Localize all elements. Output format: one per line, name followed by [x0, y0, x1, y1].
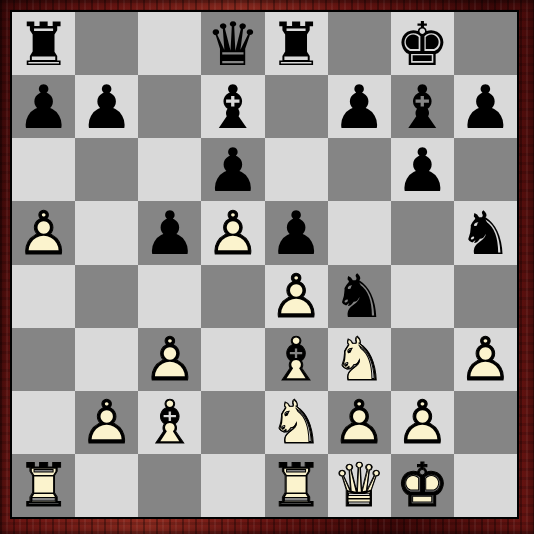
piece-black-bishop[interactable]: ♝ — [391, 75, 454, 138]
square-b3[interactable] — [75, 328, 138, 391]
piece-white-bishop[interactable]: ♝♗ — [138, 391, 201, 454]
white-rook-outline-icon: ♖ — [265, 454, 328, 517]
black-pawn-icon: ♟ — [391, 138, 454, 201]
piece-white-bishop[interactable]: ♝♗ — [265, 328, 328, 391]
piece-black-pawn[interactable]: ♟ — [138, 201, 201, 264]
piece-black-pawn[interactable]: ♟ — [201, 138, 264, 201]
white-king-outline-icon: ♔ — [391, 454, 454, 517]
square-f5[interactable] — [328, 201, 391, 264]
square-b6[interactable] — [75, 138, 138, 201]
square-e3[interactable]: ♝♗ — [265, 328, 328, 391]
square-e8[interactable]: ♜ — [265, 12, 328, 75]
square-h2[interactable] — [454, 391, 517, 454]
square-h6[interactable] — [454, 138, 517, 201]
piece-black-pawn[interactable]: ♟ — [265, 201, 328, 264]
square-b5[interactable] — [75, 201, 138, 264]
white-bishop-outline-icon: ♗ — [138, 391, 201, 454]
black-pawn-icon: ♟ — [138, 201, 201, 264]
piece-black-knight[interactable]: ♞ — [328, 265, 391, 328]
square-c1[interactable] — [138, 454, 201, 517]
square-a1[interactable]: ♜♖ — [12, 454, 75, 517]
piece-black-king[interactable]: ♚ — [391, 12, 454, 75]
square-f7[interactable]: ♟ — [328, 75, 391, 138]
white-bishop-outline-icon: ♗ — [265, 328, 328, 391]
square-h4[interactable] — [454, 265, 517, 328]
black-pawn-icon: ♟ — [201, 138, 264, 201]
white-queen-outline-icon: ♕ — [328, 454, 391, 517]
square-b8[interactable] — [75, 12, 138, 75]
chessboard: ♜♛♜♚♟♟♝♟♝♟♟♟♟♙♟♟♙♟♞♟♙♞♟♙♝♗♞♘♟♙♟♙♝♗♞♘♟♙♟♙… — [10, 10, 519, 519]
square-f1[interactable]: ♛♕ — [328, 454, 391, 517]
black-pawn-icon: ♟ — [12, 75, 75, 138]
square-f8[interactable] — [328, 12, 391, 75]
square-h5[interactable]: ♞ — [454, 201, 517, 264]
piece-black-queen[interactable]: ♛ — [201, 12, 264, 75]
square-c5[interactable]: ♟ — [138, 201, 201, 264]
black-knight-icon: ♞ — [328, 265, 391, 328]
piece-black-rook[interactable]: ♜ — [265, 12, 328, 75]
piece-white-knight[interactable]: ♞♘ — [328, 328, 391, 391]
square-e1[interactable]: ♜♖ — [265, 454, 328, 517]
square-c2[interactable]: ♝♗ — [138, 391, 201, 454]
black-pawn-icon: ♟ — [75, 75, 138, 138]
square-c4[interactable] — [138, 265, 201, 328]
square-a2[interactable] — [12, 391, 75, 454]
piece-white-pawn[interactable]: ♟♙ — [138, 328, 201, 391]
chessboard-frame: ♜♛♜♚♟♟♝♟♝♟♟♟♟♙♟♟♙♟♞♟♙♞♟♙♝♗♞♘♟♙♟♙♝♗♞♘♟♙♟♙… — [0, 0, 534, 534]
piece-white-rook[interactable]: ♜♖ — [265, 454, 328, 517]
piece-white-pawn[interactable]: ♟♙ — [201, 201, 264, 264]
square-d2[interactable] — [201, 391, 264, 454]
piece-black-pawn[interactable]: ♟ — [328, 75, 391, 138]
square-g7[interactable]: ♝ — [391, 75, 454, 138]
white-pawn-outline-icon: ♙ — [138, 328, 201, 391]
piece-black-rook[interactable]: ♜ — [12, 12, 75, 75]
square-d7[interactable]: ♝ — [201, 75, 264, 138]
square-d1[interactable] — [201, 454, 264, 517]
white-knight-outline-icon: ♘ — [265, 391, 328, 454]
square-c3[interactable]: ♟♙ — [138, 328, 201, 391]
square-g6[interactable]: ♟ — [391, 138, 454, 201]
square-a4[interactable] — [12, 265, 75, 328]
square-f3[interactable]: ♞♘ — [328, 328, 391, 391]
piece-black-pawn[interactable]: ♟ — [454, 75, 517, 138]
square-b1[interactable] — [75, 454, 138, 517]
piece-white-pawn[interactable]: ♟♙ — [454, 328, 517, 391]
white-pawn-outline-icon: ♙ — [391, 391, 454, 454]
piece-white-pawn[interactable]: ♟♙ — [265, 265, 328, 328]
white-pawn-outline-icon: ♙ — [201, 201, 264, 264]
piece-white-knight[interactable]: ♞♘ — [265, 391, 328, 454]
square-f6[interactable] — [328, 138, 391, 201]
piece-white-pawn[interactable]: ♟♙ — [328, 391, 391, 454]
black-queen-icon: ♛ — [201, 12, 264, 75]
square-g1[interactable]: ♚♔ — [391, 454, 454, 517]
square-f2[interactable]: ♟♙ — [328, 391, 391, 454]
piece-white-rook[interactable]: ♜♖ — [12, 454, 75, 517]
black-pawn-icon: ♟ — [328, 75, 391, 138]
black-bishop-icon: ♝ — [391, 75, 454, 138]
piece-white-pawn[interactable]: ♟♙ — [12, 201, 75, 264]
square-b7[interactable]: ♟ — [75, 75, 138, 138]
piece-white-pawn[interactable]: ♟♙ — [75, 391, 138, 454]
square-d3[interactable] — [201, 328, 264, 391]
white-pawn-outline-icon: ♙ — [12, 201, 75, 264]
piece-white-queen[interactable]: ♛♕ — [328, 454, 391, 517]
white-pawn-outline-icon: ♙ — [454, 328, 517, 391]
white-pawn-outline-icon: ♙ — [328, 391, 391, 454]
piece-white-pawn[interactable]: ♟♙ — [391, 391, 454, 454]
square-e6[interactable] — [265, 138, 328, 201]
square-g2[interactable]: ♟♙ — [391, 391, 454, 454]
square-h7[interactable]: ♟ — [454, 75, 517, 138]
black-pawn-icon: ♟ — [454, 75, 517, 138]
white-pawn-outline-icon: ♙ — [75, 391, 138, 454]
square-a3[interactable] — [12, 328, 75, 391]
square-e7[interactable] — [265, 75, 328, 138]
square-d8[interactable]: ♛ — [201, 12, 264, 75]
square-b2[interactable]: ♟♙ — [75, 391, 138, 454]
white-knight-outline-icon: ♘ — [328, 328, 391, 391]
piece-black-pawn[interactable]: ♟ — [391, 138, 454, 201]
square-g3[interactable] — [391, 328, 454, 391]
white-pawn-outline-icon: ♙ — [265, 265, 328, 328]
square-a8[interactable]: ♜ — [12, 12, 75, 75]
square-h1[interactable] — [454, 454, 517, 517]
square-g4[interactable] — [391, 265, 454, 328]
piece-white-king[interactable]: ♚♔ — [391, 454, 454, 517]
square-a6[interactable] — [12, 138, 75, 201]
square-d5[interactable]: ♟♙ — [201, 201, 264, 264]
piece-black-knight[interactable]: ♞ — [454, 201, 517, 264]
square-e2[interactable]: ♞♘ — [265, 391, 328, 454]
square-c6[interactable] — [138, 138, 201, 201]
piece-black-pawn[interactable]: ♟ — [75, 75, 138, 138]
square-g8[interactable]: ♚ — [391, 12, 454, 75]
square-a5[interactable]: ♟♙ — [12, 201, 75, 264]
square-b4[interactable] — [75, 265, 138, 328]
black-rook-icon: ♜ — [12, 12, 75, 75]
square-e4[interactable]: ♟♙ — [265, 265, 328, 328]
black-knight-icon: ♞ — [454, 201, 517, 264]
black-pawn-icon: ♟ — [265, 201, 328, 264]
black-rook-icon: ♜ — [265, 12, 328, 75]
square-d6[interactable]: ♟ — [201, 138, 264, 201]
black-bishop-icon: ♝ — [201, 75, 264, 138]
square-d4[interactable] — [201, 265, 264, 328]
piece-black-pawn[interactable]: ♟ — [12, 75, 75, 138]
white-rook-outline-icon: ♖ — [12, 454, 75, 517]
piece-black-bishop[interactable]: ♝ — [201, 75, 264, 138]
square-c7[interactable] — [138, 75, 201, 138]
square-g5[interactable] — [391, 201, 454, 264]
square-c8[interactable] — [138, 12, 201, 75]
square-h3[interactable]: ♟♙ — [454, 328, 517, 391]
square-h8[interactable] — [454, 12, 517, 75]
black-king-icon: ♚ — [391, 12, 454, 75]
square-e5[interactable]: ♟ — [265, 201, 328, 264]
square-a7[interactable]: ♟ — [12, 75, 75, 138]
square-f4[interactable]: ♞ — [328, 265, 391, 328]
